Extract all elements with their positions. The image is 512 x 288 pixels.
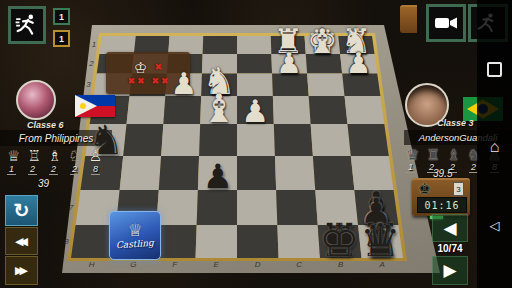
- recents-icon: [487, 62, 502, 77]
- white-bishop-b1[interactable]: ♝: [307, 24, 337, 58]
- white-pawn-c2[interactable]: ♟: [276, 48, 302, 76]
- castling-badge-label: Castling: [116, 238, 154, 251]
- queen-icon: ♕: [7, 148, 20, 163]
- recents-button[interactable]: [477, 62, 512, 81]
- white-player-avatar[interactable]: [16, 80, 56, 120]
- rewind-to-start-button[interactable]: ◀◀: [5, 227, 38, 255]
- rook-icon: ♜: [426, 147, 439, 162]
- back-button[interactable]: ◁: [477, 218, 512, 233]
- x-mark-icon: ✖: [161, 77, 169, 86]
- video-camera-icon: [433, 12, 459, 34]
- white-king-icon: ♔: [134, 60, 147, 75]
- philippines-flag: [75, 95, 115, 117]
- black-player-class: Classe 3: [437, 118, 474, 128]
- flag-sun: [80, 103, 86, 109]
- white-piece-counts-values: 1 2 2 2 8: [7, 164, 100, 175]
- android-nav-bar: ⌂ ◁: [477, 0, 512, 288]
- flag-triangle: [75, 95, 97, 117]
- bishop-icon: ♗: [48, 148, 61, 163]
- queen-count: 1: [406, 162, 415, 173]
- home-button[interactable]: ⌂: [477, 139, 512, 155]
- record-video-button[interactable]: [426, 4, 466, 42]
- queen-icon: ♛: [406, 147, 419, 162]
- x-mark-icon: ✖: [152, 77, 160, 86]
- previous-move-button[interactable]: ◀: [432, 214, 468, 242]
- black-knight-h5[interactable]: ♞: [88, 120, 124, 160]
- forward-to-end-button[interactable]: ▶▶: [5, 256, 38, 285]
- rook-icon: ♖: [27, 148, 40, 163]
- white-pawn-f3[interactable]: ♟: [170, 69, 197, 99]
- rook-count: 2: [28, 164, 37, 175]
- clock-time-display: 01:16: [417, 197, 467, 213]
- move-counter: 10/74: [432, 243, 468, 254]
- next-move-button[interactable]: ▶: [432, 256, 468, 285]
- queen-count: 1: [7, 164, 16, 175]
- clock-flag-card: 3: [453, 182, 464, 196]
- white-clock-edge: [400, 5, 417, 33]
- counter-badge-green[interactable]: 1: [53, 8, 70, 25]
- castling-move-badge: ♕ Castling: [109, 211, 161, 260]
- runner-icon: [14, 12, 40, 38]
- bishop-count: 2: [49, 164, 58, 175]
- rotate-board-button[interactable]: ↻: [5, 195, 38, 226]
- black-chess-clock: ♚ 3 01:16: [412, 178, 470, 216]
- knight-count: 2: [70, 164, 79, 175]
- bishop-icon: ♝: [447, 147, 460, 162]
- black-king-b8[interactable]: ♚: [319, 218, 360, 263]
- white-material-score: 39: [38, 178, 49, 189]
- crown-icon: ♕: [127, 222, 142, 239]
- quick-game-button[interactable]: [8, 6, 46, 44]
- white-bishop-e4[interactable]: ♝: [201, 90, 236, 129]
- knight-icon: ♘: [68, 148, 81, 163]
- black-pawn-e6[interactable]: ♟: [203, 160, 233, 194]
- game-screen: HGFEDCBA12345678 ♜♞♝♛♜♚♟♟♟♟♝♟♟♟♟♞♟♝♟♞♟♟♟…: [0, 0, 512, 288]
- x-mark-icon: ✖: [127, 77, 135, 86]
- x-mark-icon: ✖: [137, 77, 145, 86]
- counter-badge-yellow[interactable]: 1: [53, 30, 70, 47]
- black-king-icon: ♚: [418, 180, 431, 198]
- white-player-class: Classe 6: [27, 120, 64, 130]
- white-pawn-a2[interactable]: ♟: [346, 48, 372, 76]
- black-queen-a8[interactable]: ♛: [360, 218, 401, 263]
- white-pawn-d4[interactable]: ♟: [241, 96, 269, 127]
- x-mark-icon: ✖: [154, 63, 162, 72]
- pawn-count: 8: [91, 164, 100, 175]
